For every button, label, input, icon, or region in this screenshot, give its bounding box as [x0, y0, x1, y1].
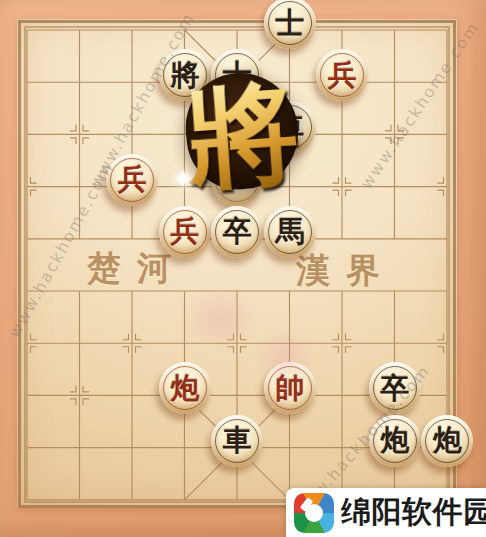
- sparkle-effect: ✦: [172, 166, 194, 192]
- piece-red-炮[interactable]: 炮: [159, 362, 211, 414]
- piece-black-炮[interactable]: 炮: [369, 415, 421, 467]
- site-logo-pinwheel-icon: [294, 493, 334, 533]
- piece-black-卒[interactable]: 卒: [369, 362, 421, 414]
- site-banner: 绵阳软件园: [286, 488, 486, 537]
- piece-character: 炮: [380, 426, 409, 455]
- piece-character: 兵: [118, 165, 147, 194]
- piece-character: 帥: [275, 374, 304, 403]
- piece-black-士[interactable]: 士: [264, 0, 316, 49]
- piece-character: 士: [275, 9, 304, 38]
- piece-character: 卒: [380, 374, 409, 403]
- piece-red-兵[interactable]: 兵: [106, 154, 158, 206]
- check-badge-character: 將: [183, 75, 303, 195]
- check-badge: 將: [180, 67, 304, 194]
- site-banner-text: 绵阳软件园: [341, 492, 486, 533]
- xiangqi-game-screenshot: 楚河 漢界 www.hackhome.com www.hackhome.com …: [0, 0, 486, 537]
- piece-red-帥[interactable]: 帥: [264, 362, 316, 414]
- piece-character: 卒: [223, 217, 252, 246]
- piece-character: 炮: [433, 426, 462, 455]
- piece-black-馬[interactable]: 馬: [264, 206, 316, 258]
- piece-character: 兵: [328, 61, 357, 90]
- piece-red-兵[interactable]: 兵: [159, 206, 211, 258]
- piece-black-卒[interactable]: 卒: [211, 206, 263, 258]
- piece-character: 炮: [170, 374, 199, 403]
- piece-character: 馬: [275, 217, 304, 246]
- piece-black-炮[interactable]: 炮: [421, 415, 473, 467]
- piece-character: 兵: [170, 217, 199, 246]
- piece-black-車[interactable]: 車: [211, 415, 263, 467]
- piece-character: 車: [223, 426, 252, 455]
- piece-red-兵[interactable]: 兵: [316, 49, 368, 101]
